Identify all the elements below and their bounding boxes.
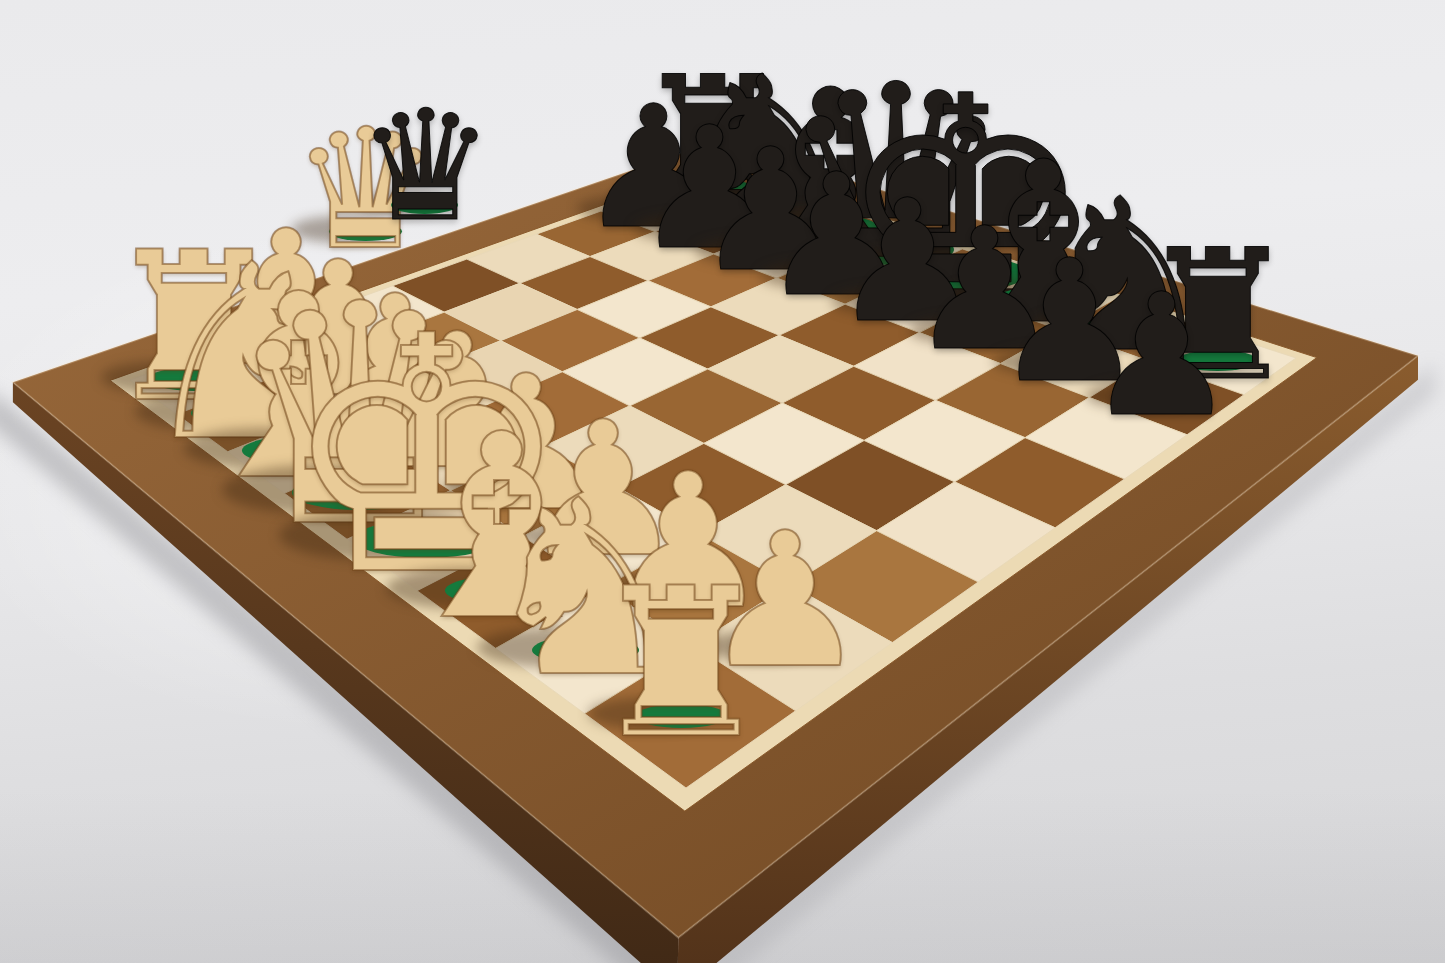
- chess-set-photo-scene: ♛♛ ♜♞♝♛♚♝♞♜♟♟♟♟♟♟♟♟♟♟♟♟♟♟♟♟♜♞♝♛♚♝♞♜: [0, 0, 1445, 963]
- chess-board: [0, 0, 1445, 963]
